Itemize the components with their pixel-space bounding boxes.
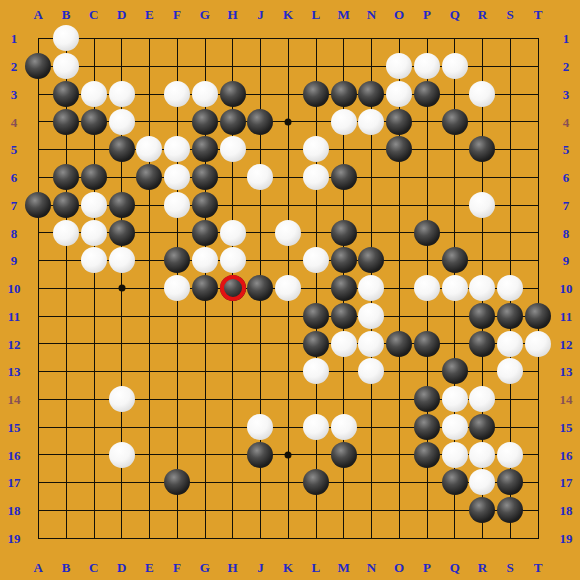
white-stone-F3 [164,81,190,107]
coord-label: S [507,560,514,573]
white-stone-D3 [109,81,135,107]
coord-label: O [394,560,404,573]
white-stone-F10 [164,275,190,301]
white-stone-B8 [53,220,79,246]
coord-label: E [145,8,154,21]
black-stone-N3 [358,81,384,107]
black-stone-R12 [469,331,495,357]
black-stone-P16 [414,442,440,468]
coord-label: N [367,560,376,573]
white-stone-R17 [469,469,495,495]
white-stone-Q14 [442,386,468,412]
black-stone-F9 [164,247,190,273]
coord-label: Q [450,8,460,21]
black-stone-Q13 [442,358,468,384]
white-stone-L6 [303,164,329,190]
white-stone-Q15 [442,414,468,440]
white-stone-C8 [81,220,107,246]
black-stone-R18 [469,497,495,523]
coord-label: 15 [560,420,573,433]
black-stone-Q9 [442,247,468,273]
white-stone-B2 [53,53,79,79]
coord-label: O [394,8,404,21]
white-stone-L5 [303,136,329,162]
coord-label: 10 [8,282,21,295]
black-stone-G6 [192,164,218,190]
coord-label: S [507,8,514,21]
star-point [285,118,292,125]
coord-label: R [478,8,487,21]
black-stone-G8 [192,220,218,246]
white-stone-O3 [386,81,412,107]
black-stone-M6 [331,164,357,190]
coord-label: 5 [563,143,570,156]
black-stone-S11 [497,303,523,329]
star-point [285,451,292,458]
white-stone-H8 [220,220,246,246]
coord-label: 19 [8,531,21,544]
black-stone-B3 [53,81,79,107]
white-stone-L9 [303,247,329,273]
coord-label: C [89,8,98,21]
white-stone-G3 [192,81,218,107]
black-stone-P12 [414,331,440,357]
black-stone-G4 [192,109,218,135]
white-stone-C9 [81,247,107,273]
coord-label: L [312,8,321,21]
black-stone-L11 [303,303,329,329]
coord-label: A [34,8,43,21]
black-stone-G10 [192,275,218,301]
white-stone-F7 [164,192,190,218]
coord-label: 6 [11,171,18,184]
black-stone-A7 [25,192,51,218]
coord-label: T [534,560,543,573]
coord-label: 8 [11,226,18,239]
white-stone-N11 [358,303,384,329]
white-stone-S16 [497,442,523,468]
black-stone-B4 [53,109,79,135]
coord-label: 19 [560,531,573,544]
coord-label: 16 [560,448,573,461]
black-stone-A2 [25,53,51,79]
black-stone-D8 [109,220,135,246]
white-stone-N4 [358,109,384,135]
white-stone-F6 [164,164,190,190]
white-stone-D16 [109,442,135,468]
coord-label: B [62,8,71,21]
coord-label: C [89,560,98,573]
coord-label: G [200,8,210,21]
coord-label: T [534,8,543,21]
white-stone-K10 [275,275,301,301]
star-point [118,285,125,292]
black-stone-M10 [331,275,357,301]
black-stone-H4 [220,109,246,135]
go-board[interactable]: ABCDEFGHJKLMNOPQRST ABCDEFGHJKLMNOPQRST … [0,0,580,580]
white-stone-Q10 [442,275,468,301]
black-stone-D7 [109,192,135,218]
white-stone-N13 [358,358,384,384]
black-stone-P8 [414,220,440,246]
coord-label: 13 [560,365,573,378]
coord-label: E [145,560,154,573]
white-stone-L13 [303,358,329,384]
white-stone-R16 [469,442,495,468]
white-stone-R3 [469,81,495,107]
black-stone-P14 [414,386,440,412]
black-stone-G7 [192,192,218,218]
coord-label: 16 [8,448,21,461]
coord-label: A [34,560,43,573]
white-stone-M4 [331,109,357,135]
black-stone-M11 [331,303,357,329]
white-stone-O2 [386,53,412,79]
coord-label: P [423,8,431,21]
black-stone-O12 [386,331,412,357]
coord-label: G [200,560,210,573]
white-stone-P10 [414,275,440,301]
coord-label: 9 [563,254,570,267]
black-stone-P3 [414,81,440,107]
white-stone-K8 [275,220,301,246]
white-stone-S13 [497,358,523,384]
black-stone-M3 [331,81,357,107]
white-stone-J6 [247,164,273,190]
white-stone-P2 [414,53,440,79]
coord-label: K [283,8,293,21]
black-stone-M9 [331,247,357,273]
coord-label: 6 [563,171,570,184]
white-stone-B1 [53,25,79,51]
coord-label: H [228,8,238,21]
black-stone-O5 [386,136,412,162]
white-stone-H5 [220,136,246,162]
coord-label: 11 [560,309,572,322]
coord-label: 7 [11,198,18,211]
black-stone-J16 [247,442,273,468]
black-stone-R15 [469,414,495,440]
black-stone-S17 [497,469,523,495]
black-stone-L12 [303,331,329,357]
coord-label: 9 [11,254,18,267]
white-stone-L15 [303,414,329,440]
white-stone-J15 [247,414,273,440]
white-stone-S12 [497,331,523,357]
black-stone-C4 [81,109,107,135]
black-stone-R11 [469,303,495,329]
white-stone-M12 [331,331,357,357]
coord-label: 12 [560,337,573,350]
black-stone-Q17 [442,469,468,495]
white-stone-R14 [469,386,495,412]
coord-label: 1 [11,32,18,45]
white-stone-T12 [525,331,551,357]
black-stone-C6 [81,164,107,190]
white-stone-E5 [136,136,162,162]
white-stone-S10 [497,275,523,301]
white-stone-Q2 [442,53,468,79]
black-stone-F17 [164,469,190,495]
coord-label: P [423,560,431,573]
coord-label: F [173,560,181,573]
coord-label: N [367,8,376,21]
black-stone-M8 [331,220,357,246]
coord-label: M [338,560,350,573]
white-stone-D4 [109,109,135,135]
white-stone-H9 [220,247,246,273]
black-stone-M16 [331,442,357,468]
coord-label: Q [450,560,460,573]
white-stone-N12 [358,331,384,357]
coord-label: 3 [563,87,570,100]
white-stone-D14 [109,386,135,412]
coord-label: 12 [8,337,21,350]
black-stone-L3 [303,81,329,107]
coord-label: 13 [8,365,21,378]
black-stone-R5 [469,136,495,162]
coord-label: 4 [563,115,570,128]
coord-label: 14 [8,393,21,406]
coord-label: 17 [560,476,573,489]
black-stone-L17 [303,469,329,495]
coord-label: H [228,560,238,573]
white-stone-G9 [192,247,218,273]
black-stone-Q4 [442,109,468,135]
coord-label: D [117,8,126,21]
white-stone-C7 [81,192,107,218]
coord-label: 15 [8,420,21,433]
coord-label: M [338,8,350,21]
black-stone-G5 [192,136,218,162]
white-stone-M15 [331,414,357,440]
coord-label: K [283,560,293,573]
coord-label: 10 [560,282,573,295]
coord-label: 17 [8,476,21,489]
coord-label: R [478,560,487,573]
black-stone-E6 [136,164,162,190]
black-stone-D5 [109,136,135,162]
coord-label: 14 [560,393,573,406]
coord-label: 11 [8,309,20,322]
white-stone-C3 [81,81,107,107]
coord-label: J [257,560,264,573]
black-stone-T11 [525,303,551,329]
white-stone-R10 [469,275,495,301]
white-stone-R7 [469,192,495,218]
black-stone-J4 [247,109,273,135]
black-stone-P15 [414,414,440,440]
black-stone-S18 [497,497,523,523]
coord-label: D [117,560,126,573]
coord-label: 4 [11,115,18,128]
coord-label: L [312,560,321,573]
black-stone-O4 [386,109,412,135]
white-stone-Q16 [442,442,468,468]
coord-label: 8 [563,226,570,239]
coord-label: B [62,560,71,573]
black-stone-H3 [220,81,246,107]
coord-label: 2 [563,60,570,73]
black-stone-B6 [53,164,79,190]
black-stone-N9 [358,247,384,273]
coord-label: F [173,8,181,21]
white-stone-N10 [358,275,384,301]
coord-label: J [257,8,264,21]
black-stone-J10 [247,275,273,301]
white-stone-F5 [164,136,190,162]
coord-label: 18 [8,504,21,517]
coord-label: 7 [563,198,570,211]
white-stone-D9 [109,247,135,273]
coord-label: 2 [11,60,18,73]
black-stone-B7 [53,192,79,218]
coord-label: 3 [11,87,18,100]
coord-label: 18 [560,504,573,517]
black-stone-H10 [220,275,246,301]
coord-label: 1 [563,32,570,45]
coord-label: 5 [11,143,18,156]
